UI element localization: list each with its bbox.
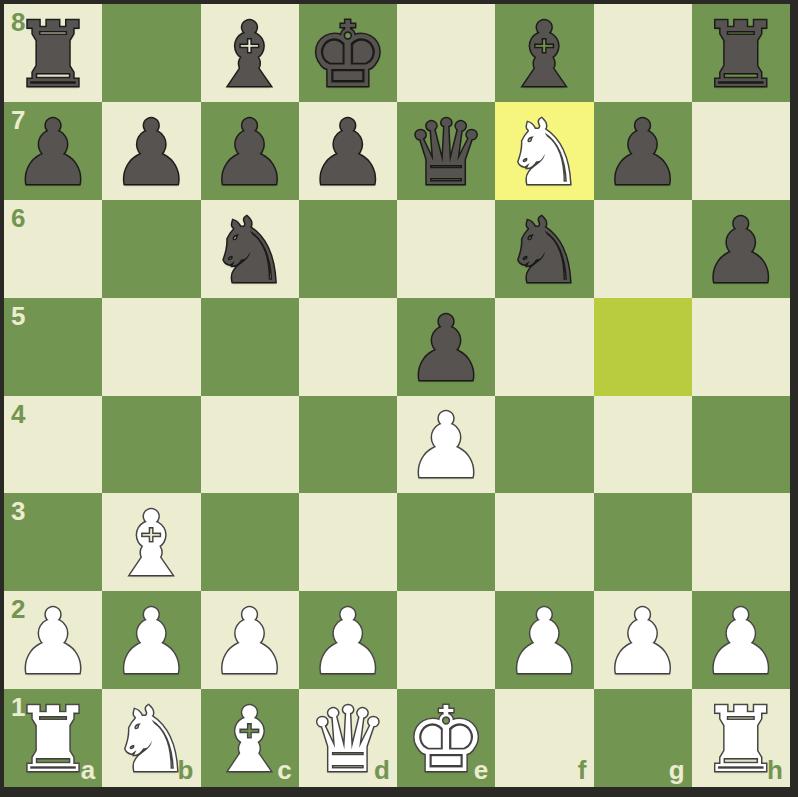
square-e7[interactable]: ♛ — [397, 102, 495, 200]
square-e2[interactable] — [397, 591, 495, 689]
square-f1[interactable]: f — [495, 689, 593, 787]
square-a8[interactable]: ♜8 — [4, 4, 102, 102]
square-b1[interactable]: ♞b — [102, 689, 200, 787]
square-h3[interactable] — [692, 493, 790, 591]
square-b6[interactable] — [102, 200, 200, 298]
square-c1[interactable]: ♝c — [201, 689, 299, 787]
square-f8[interactable]: ♝ — [495, 4, 593, 102]
piece-black-pawn[interactable]: ♟ — [602, 108, 683, 198]
board-frame: ♜8♝♚♝♜♟7♟♟♟♛♞♟6♞♞♟5♟4♟3♝♟2♟♟♟♟♟♟♜1a♞b♝c♛… — [0, 0, 798, 797]
square-a4[interactable]: 4 — [4, 396, 102, 494]
square-f5[interactable] — [495, 298, 593, 396]
square-c3[interactable] — [201, 493, 299, 591]
square-h7[interactable] — [692, 102, 790, 200]
piece-black-king[interactable]: ♚ — [308, 10, 389, 100]
square-e3[interactable] — [397, 493, 495, 591]
square-g2[interactable]: ♟ — [594, 591, 692, 689]
piece-white-pawn[interactable]: ♟ — [111, 597, 192, 687]
square-d4[interactable] — [299, 396, 397, 494]
square-a6[interactable]: 6 — [4, 200, 102, 298]
piece-white-rook[interactable]: ♜ — [13, 695, 94, 785]
piece-black-pawn[interactable]: ♟ — [111, 108, 192, 198]
square-a5[interactable]: 5 — [4, 298, 102, 396]
square-g8[interactable] — [594, 4, 692, 102]
square-g6[interactable] — [594, 200, 692, 298]
file-label-g: g — [669, 757, 685, 783]
piece-white-pawn[interactable]: ♟ — [504, 597, 585, 687]
piece-white-bishop[interactable]: ♝ — [209, 695, 290, 785]
square-g5[interactable] — [594, 298, 692, 396]
piece-white-pawn[interactable]: ♟ — [406, 401, 487, 491]
piece-white-bishop[interactable]: ♝ — [111, 499, 192, 589]
square-e4[interactable]: ♟ — [397, 396, 495, 494]
square-d7[interactable]: ♟ — [299, 102, 397, 200]
square-f7[interactable]: ♞ — [495, 102, 593, 200]
piece-black-bishop[interactable]: ♝ — [209, 10, 290, 100]
rank-label-4: 4 — [11, 401, 25, 427]
square-h2[interactable]: ♟ — [692, 591, 790, 689]
square-d5[interactable] — [299, 298, 397, 396]
square-g4[interactable] — [594, 396, 692, 494]
piece-white-pawn[interactable]: ♟ — [701, 597, 782, 687]
square-a1[interactable]: ♜1a — [4, 689, 102, 787]
square-b7[interactable]: ♟ — [102, 102, 200, 200]
piece-black-bishop[interactable]: ♝ — [504, 10, 585, 100]
piece-black-pawn[interactable]: ♟ — [209, 108, 290, 198]
piece-white-queen[interactable]: ♛ — [308, 695, 389, 785]
square-a2[interactable]: ♟2 — [4, 591, 102, 689]
piece-black-rook[interactable]: ♜ — [13, 10, 94, 100]
square-e1[interactable]: ♚e — [397, 689, 495, 787]
square-c5[interactable] — [201, 298, 299, 396]
square-a3[interactable]: 3 — [4, 493, 102, 591]
rank-label-6: 6 — [11, 205, 25, 231]
square-c6[interactable]: ♞ — [201, 200, 299, 298]
rank-label-3: 3 — [11, 498, 25, 524]
chess-board: ♜8♝♚♝♜♟7♟♟♟♛♞♟6♞♞♟5♟4♟3♝♟2♟♟♟♟♟♟♜1a♞b♝c♛… — [4, 4, 790, 787]
square-e5[interactable]: ♟ — [397, 298, 495, 396]
square-c2[interactable]: ♟ — [201, 591, 299, 689]
rank-label-5: 5 — [11, 303, 25, 329]
piece-white-knight[interactable]: ♞ — [504, 108, 585, 198]
square-f4[interactable] — [495, 396, 593, 494]
square-b4[interactable] — [102, 396, 200, 494]
piece-black-pawn[interactable]: ♟ — [308, 108, 389, 198]
square-h8[interactable]: ♜ — [692, 4, 790, 102]
piece-black-pawn[interactable]: ♟ — [701, 206, 782, 296]
square-b5[interactable] — [102, 298, 200, 396]
piece-black-knight[interactable]: ♞ — [209, 206, 290, 296]
square-d1[interactable]: ♛d — [299, 689, 397, 787]
square-f6[interactable]: ♞ — [495, 200, 593, 298]
square-h6[interactable]: ♟ — [692, 200, 790, 298]
square-b8[interactable] — [102, 4, 200, 102]
piece-white-pawn[interactable]: ♟ — [308, 597, 389, 687]
piece-black-pawn[interactable]: ♟ — [13, 108, 94, 198]
piece-white-rook[interactable]: ♜ — [701, 695, 782, 785]
square-d8[interactable]: ♚ — [299, 4, 397, 102]
square-h5[interactable] — [692, 298, 790, 396]
square-f2[interactable]: ♟ — [495, 591, 593, 689]
square-d6[interactable] — [299, 200, 397, 298]
piece-black-knight[interactable]: ♞ — [504, 206, 585, 296]
piece-black-pawn[interactable]: ♟ — [406, 304, 487, 394]
piece-white-pawn[interactable]: ♟ — [602, 597, 683, 687]
square-g3[interactable] — [594, 493, 692, 591]
piece-black-queen[interactable]: ♛ — [406, 108, 487, 198]
square-e6[interactable] — [397, 200, 495, 298]
square-d3[interactable] — [299, 493, 397, 591]
square-b2[interactable]: ♟ — [102, 591, 200, 689]
piece-white-king[interactable]: ♚ — [406, 695, 487, 785]
square-c4[interactable] — [201, 396, 299, 494]
square-g7[interactable]: ♟ — [594, 102, 692, 200]
square-b3[interactable]: ♝ — [102, 493, 200, 591]
square-f3[interactable] — [495, 493, 593, 591]
square-c7[interactable]: ♟ — [201, 102, 299, 200]
square-e8[interactable] — [397, 4, 495, 102]
piece-black-rook[interactable]: ♜ — [701, 10, 782, 100]
piece-white-pawn[interactable]: ♟ — [13, 597, 94, 687]
file-label-f: f — [578, 757, 587, 783]
square-g1[interactable]: g — [594, 689, 692, 787]
square-c8[interactable]: ♝ — [201, 4, 299, 102]
piece-white-knight[interactable]: ♞ — [111, 695, 192, 785]
square-a7[interactable]: ♟7 — [4, 102, 102, 200]
piece-white-pawn[interactable]: ♟ — [209, 597, 290, 687]
square-h1[interactable]: ♜h — [692, 689, 790, 787]
square-d2[interactable]: ♟ — [299, 591, 397, 689]
square-h4[interactable] — [692, 396, 790, 494]
